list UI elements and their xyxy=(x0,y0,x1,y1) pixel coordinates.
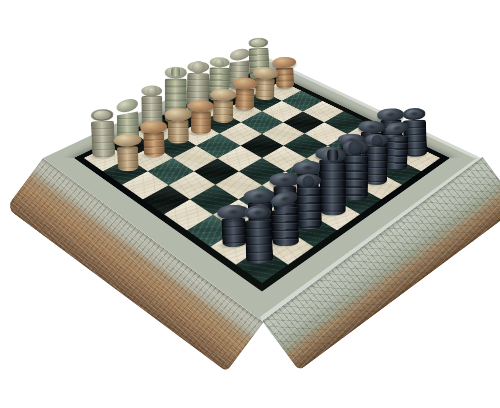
white-pawn xyxy=(191,106,211,135)
black-bishop xyxy=(297,180,323,229)
black-pawn xyxy=(221,212,247,248)
white-pawn xyxy=(167,115,188,145)
white-pawn xyxy=(117,140,140,172)
white-pawn xyxy=(143,127,165,158)
white-pawn xyxy=(275,63,295,90)
white-pawn xyxy=(235,83,255,111)
black-knight xyxy=(271,198,299,246)
black-king xyxy=(319,156,345,215)
black-rook xyxy=(244,213,273,265)
white-pawn xyxy=(255,73,275,101)
white-rook xyxy=(91,115,116,159)
chess-set-photo xyxy=(0,0,500,408)
white-pawn xyxy=(213,95,233,123)
